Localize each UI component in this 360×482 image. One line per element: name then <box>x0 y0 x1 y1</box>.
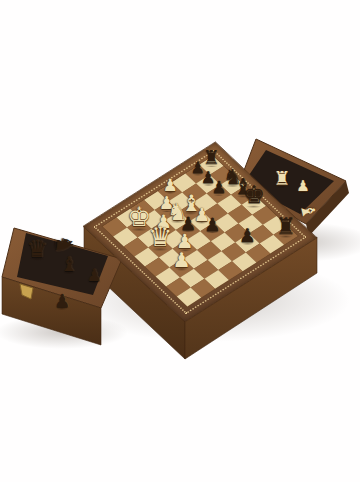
chess-set-photo: ♜♟♟♞♜♟♟♟♝♚♟♝♝♞♟♚♟♟♟♜♟♛♟♞♛♟♝♟♟ <box>0 0 360 482</box>
